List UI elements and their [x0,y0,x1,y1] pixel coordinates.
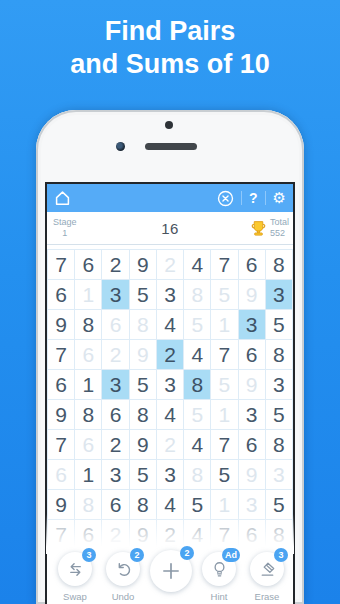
phone-sensor-dot [165,121,173,129]
status-bar: Stage 1 16 Total 552 [47,212,293,245]
grid-cell-r6c5[interactable]: 4 [157,400,184,430]
grid-cell-r5c6[interactable]: 8 [184,370,211,400]
eraser-icon [258,560,277,579]
grid-cell-r5c4[interactable]: 5 [130,370,157,400]
grid-cell-r1c6[interactable]: 4 [184,250,211,280]
ad-headline: Find Pairs and Sums of 10 [0,15,340,82]
grid-cell-r10c1: 7 [48,520,75,550]
grid-cell-r8c4[interactable]: 5 [130,460,157,490]
earpiece-speaker [145,143,197,150]
grid-cell-r6c9[interactable]: 5 [266,400,293,430]
grid-cell-r7c3[interactable]: 2 [102,430,129,460]
grid-cell-r10c2: 6 [75,520,102,550]
grid-cell-r2c4[interactable]: 5 [130,280,157,310]
grid-cell-r9c3[interactable]: 6 [102,490,129,520]
grid-cell-r9c9[interactable]: 5 [266,490,293,520]
grid-cell-r6c8[interactable]: 3 [239,400,266,430]
grid-cell-r8c1: 6 [48,460,75,490]
grid-cell-r10c5: 2 [157,520,184,550]
grid-cell-r4c6[interactable]: 4 [184,340,211,370]
home-icon[interactable] [54,190,71,206]
grid-cell-r5c5[interactable]: 3 [157,370,184,400]
grid-cell-r3c8[interactable]: 3 [239,310,266,340]
grid-cell-r5c9[interactable]: 3 [266,370,293,400]
grid-cell-r9c2: 8 [75,490,102,520]
grid-cell-r7c1[interactable]: 7 [48,430,75,460]
grid-cell-r1c3[interactable]: 2 [102,250,129,280]
grid-cell-r3c4: 8 [130,310,157,340]
hint-badge: Ad [222,548,240,562]
grid-cell-r9c6[interactable]: 5 [184,490,211,520]
grid-cell-r8c2[interactable]: 1 [75,460,102,490]
add-rows-button[interactable]: 2 [148,552,194,597]
grid-cell-r2c9[interactable]: 3 [266,280,293,310]
topbar-divider [265,191,266,205]
grid-cell-r9c1[interactable]: 9 [48,490,75,520]
grid-cell-r3c2[interactable]: 8 [75,310,102,340]
erase-badge: 3 [274,548,288,562]
help-icon[interactable]: ? [249,190,258,206]
undo-badge: 2 [130,548,144,562]
erase-button[interactable]: 3 Erase [244,552,290,602]
grid-cell-r4c7[interactable]: 7 [211,340,238,370]
grid-cell-r8c9: 3 [266,460,293,490]
grid-cell-r4c8[interactable]: 6 [239,340,266,370]
undo-arrow-icon [114,560,133,579]
grid-cell-r6c2[interactable]: 8 [75,400,102,430]
grid-cell-r4c4: 9 [130,340,157,370]
grid-cell-r6c3[interactable]: 6 [102,400,129,430]
grid-cell-r7c4[interactable]: 9 [130,430,157,460]
board-area: 7629247686135385939868451357629247686135… [47,249,293,550]
topbar-divider [241,191,242,205]
grid-cell-r8c3[interactable]: 3 [102,460,129,490]
headline-line2: and Sums of 10 [0,48,340,81]
grid-cell-r9c7: 1 [211,490,238,520]
swap-badge: 3 [82,548,96,562]
grid-cell-r3c1[interactable]: 9 [48,310,75,340]
grid-cell-r4c1[interactable]: 7 [48,340,75,370]
current-score: 16 [47,220,293,237]
grid-cell-r1c1[interactable]: 7 [48,250,75,280]
grid-cell-r2c8: 9 [239,280,266,310]
grid-cell-r7c6[interactable]: 4 [184,430,211,460]
grid-cell-r10c4: 9 [130,520,157,550]
gear-icon[interactable]: ⚙ [273,191,286,206]
grid-cell-r6c6: 5 [184,400,211,430]
grid-cell-r8c8: 9 [239,460,266,490]
grid-cell-r3c3: 6 [102,310,129,340]
lightbulb-icon [210,560,229,579]
grid-cell-r4c3: 2 [102,340,129,370]
grid-cell-r6c4[interactable]: 8 [130,400,157,430]
app-topbar: ? ⚙ [47,184,293,212]
plus-icon [160,560,182,582]
grid-cell-r1c4[interactable]: 9 [130,250,157,280]
grid-cell-r9c4[interactable]: 8 [130,490,157,520]
grid-cell-r4c2: 6 [75,340,102,370]
grid-cell-r10c9: 8 [266,520,293,550]
undo-button[interactable]: 2 Undo [100,552,146,602]
app-screen: ? ⚙ Stage 1 16 [45,182,295,604]
hint-label: Hint [211,591,228,602]
grid-cell-r6c7: 1 [211,400,238,430]
grid-cell-r1c8[interactable]: 6 [239,250,266,280]
erase-label: Erase [255,591,280,602]
grid-cell-r2c1[interactable]: 6 [48,280,75,310]
grid-cell-r5c2[interactable]: 1 [75,370,102,400]
grid-cell-r7c7[interactable]: 7 [211,430,238,460]
grid-cell-r3c7: 1 [211,310,238,340]
phone-mockup: ? ⚙ Stage 1 16 [36,110,304,604]
board-grid: 7629247686135385939868451357629247686135… [47,249,293,550]
grid-cell-r1c7[interactable]: 7 [211,250,238,280]
grid-cell-r2c7: 5 [211,280,238,310]
grid-cell-r10c3: 2 [102,520,129,550]
grid-cell-r2c2: 1 [75,280,102,310]
grid-cell-r5c1[interactable]: 6 [48,370,75,400]
grid-cell-r8c6: 8 [184,460,211,490]
undo-label: Undo [112,591,135,602]
grid-cell-r5c7: 5 [211,370,238,400]
grid-cell-r1c9[interactable]: 8 [266,250,293,280]
close-circle-icon[interactable] [217,190,234,207]
grid-cell-r2c3[interactable]: 3 [102,280,129,310]
grid-cell-r5c3[interactable]: 3 [102,370,129,400]
swap-button[interactable]: 3 Swap [52,552,98,602]
grid-cell-r3c5[interactable]: 4 [157,310,184,340]
grid-cell-r4c5[interactable]: 2 [157,340,184,370]
grid-cell-r7c9[interactable]: 8 [266,430,293,460]
grid-cell-r4c9[interactable]: 8 [266,340,293,370]
grid-cell-r7c8[interactable]: 6 [239,430,266,460]
grid-cell-r10c8: 6 [239,520,266,550]
grid-cell-r7c5: 2 [157,430,184,460]
grid-cell-r9c8: 3 [239,490,266,520]
toolbar: 3 Swap 2 Undo [47,550,293,602]
grid-cell-r2c6: 8 [184,280,211,310]
grid-cell-r10c7: 7 [211,520,238,550]
grid-cell-r8c5[interactable]: 3 [157,460,184,490]
swap-arrows-icon [66,560,85,579]
grid-cell-r2c5[interactable]: 3 [157,280,184,310]
grid-cell-r6c1[interactable]: 9 [48,400,75,430]
grid-cell-r5c8: 9 [239,370,266,400]
headline-line1: Find Pairs [0,15,340,48]
hint-button[interactable]: Ad Hint [196,552,242,602]
grid-cell-r7c2: 6 [75,430,102,460]
grid-cell-r1c5: 2 [157,250,184,280]
grid-cell-r1c2[interactable]: 6 [75,250,102,280]
grid-cell-r9c5[interactable]: 4 [157,490,184,520]
add-rows-badge: 2 [180,546,194,560]
grid-cell-r3c9[interactable]: 5 [266,310,293,340]
front-camera [116,142,125,151]
grid-cell-r8c7[interactable]: 5 [211,460,238,490]
swap-label: Swap [63,591,87,602]
grid-cell-r3c6: 5 [184,310,211,340]
